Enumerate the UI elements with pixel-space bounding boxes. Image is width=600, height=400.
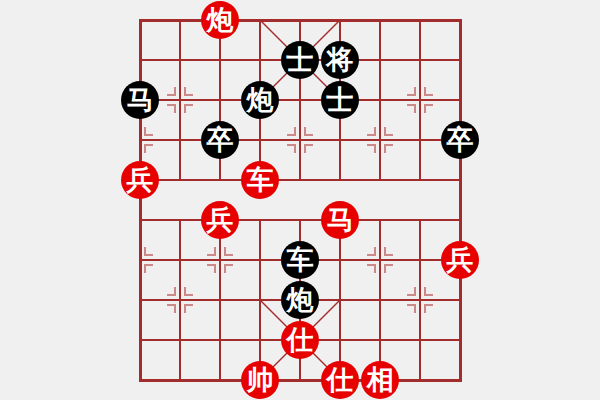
xiangqi-screenshot: 炮士将马炮士卒卒兵车兵马车兵炮仕帅仕相 — [0, 0, 600, 400]
piece-black-cannon[interactable]: 炮 — [241, 81, 279, 119]
pieces-layer: 炮士将马炮士卒卒兵车兵马车兵炮仕帅仕相 — [140, 20, 460, 380]
piece-black-rook[interactable]: 车 — [281, 241, 319, 279]
piece-black-general[interactable]: 将 — [321, 41, 359, 79]
xiangqi-board[interactable]: 炮士将马炮士卒卒兵车兵马车兵炮仕帅仕相 — [140, 20, 460, 380]
piece-black-pawn[interactable]: 卒 — [441, 121, 479, 159]
piece-black-advisor[interactable]: 士 — [321, 81, 359, 119]
piece-black-horse[interactable]: 马 — [121, 81, 159, 119]
piece-red-advisor[interactable]: 仕 — [281, 321, 319, 359]
piece-red-advisor[interactable]: 仕 — [321, 361, 359, 399]
piece-black-pawn[interactable]: 卒 — [201, 121, 239, 159]
piece-red-pawn[interactable]: 兵 — [441, 241, 479, 279]
piece-black-advisor[interactable]: 士 — [281, 41, 319, 79]
piece-red-pawn[interactable]: 兵 — [121, 161, 159, 199]
piece-red-pawn[interactable]: 兵 — [201, 201, 239, 239]
piece-red-horse[interactable]: 马 — [321, 201, 359, 239]
piece-black-cannon[interactable]: 炮 — [281, 281, 319, 319]
piece-red-elephant[interactable]: 相 — [361, 361, 399, 399]
piece-red-cannon[interactable]: 炮 — [201, 1, 239, 39]
piece-red-rook[interactable]: 车 — [241, 161, 279, 199]
piece-red-general[interactable]: 帅 — [241, 361, 279, 399]
